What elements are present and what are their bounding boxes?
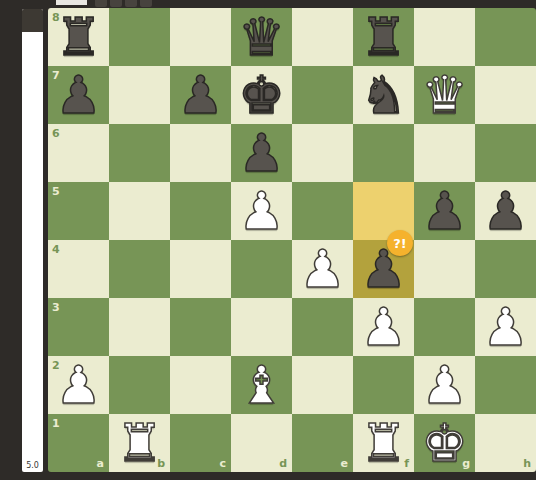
square-d6[interactable]: ♟	[231, 124, 292, 182]
piece-white-rook[interactable]: ♜	[353, 414, 414, 472]
square-d1[interactable]: d	[231, 414, 292, 472]
square-c5[interactable]	[170, 182, 231, 240]
square-h3[interactable]: ♟	[475, 298, 536, 356]
square-d5[interactable]: ♟	[231, 182, 292, 240]
evaluation-score: 5.0	[22, 461, 43, 470]
file-label-e: e	[341, 457, 348, 470]
piece-white-bishop[interactable]: ♝	[231, 356, 292, 414]
square-b3[interactable]	[109, 298, 170, 356]
square-f2[interactable]	[353, 356, 414, 414]
square-a4[interactable]: 4	[48, 240, 109, 298]
file-label-c: c	[219, 457, 226, 470]
square-b5[interactable]	[109, 182, 170, 240]
square-b1[interactable]: b♜	[109, 414, 170, 472]
square-c8[interactable]	[170, 8, 231, 66]
square-h8[interactable]	[475, 8, 536, 66]
inaccuracy-badge: ?!	[387, 230, 413, 256]
square-d4[interactable]	[231, 240, 292, 298]
square-a6[interactable]: 6	[48, 124, 109, 182]
square-g4[interactable]	[414, 240, 475, 298]
piece-black-rook[interactable]: ♜	[48, 8, 109, 66]
file-label-a: a	[97, 457, 104, 470]
rank-label-3: 3	[52, 301, 60, 314]
square-c3[interactable]	[170, 298, 231, 356]
piece-black-knight[interactable]: ♞	[353, 66, 414, 124]
piece-black-rook[interactable]: ♜	[353, 8, 414, 66]
square-f7[interactable]: ♞	[353, 66, 414, 124]
rank-label-4: 4	[52, 243, 60, 256]
square-b4[interactable]	[109, 240, 170, 298]
square-c1[interactable]: c	[170, 414, 231, 472]
square-a3[interactable]: 3	[48, 298, 109, 356]
square-g7[interactable]: ♛	[414, 66, 475, 124]
piece-white-pawn[interactable]: ♟	[231, 182, 292, 240]
piece-black-pawn[interactable]: ♟	[475, 182, 536, 240]
piece-white-rook[interactable]: ♜	[109, 414, 170, 472]
square-e1[interactable]: e	[292, 414, 353, 472]
square-b8[interactable]	[109, 8, 170, 66]
square-a5[interactable]: 5	[48, 182, 109, 240]
square-g8[interactable]	[414, 8, 475, 66]
captured-piece-icon	[95, 0, 107, 7]
square-h4[interactable]	[475, 240, 536, 298]
toolbar-stub	[56, 0, 87, 5]
piece-white-pawn[interactable]: ♟	[292, 240, 353, 298]
piece-black-pawn[interactable]: ♟	[231, 124, 292, 182]
square-e7[interactable]	[292, 66, 353, 124]
square-g5[interactable]: ♟	[414, 182, 475, 240]
rank-label-5: 5	[52, 185, 60, 198]
square-d2[interactable]: ♝	[231, 356, 292, 414]
square-h5[interactable]: ♟	[475, 182, 536, 240]
square-e5[interactable]	[292, 182, 353, 240]
piece-black-queen[interactable]: ♛	[231, 8, 292, 66]
captured-piece-tray	[95, 0, 152, 7]
square-g2[interactable]: ♟	[414, 356, 475, 414]
square-d3[interactable]	[231, 298, 292, 356]
square-c7[interactable]: ♟	[170, 66, 231, 124]
square-b2[interactable]	[109, 356, 170, 414]
square-e8[interactable]	[292, 8, 353, 66]
square-g1[interactable]: g♚	[414, 414, 475, 472]
file-label-h: h	[523, 457, 531, 470]
piece-black-pawn[interactable]: ♟	[170, 66, 231, 124]
square-e3[interactable]	[292, 298, 353, 356]
evaluation-bar-black-segment	[22, 9, 43, 32]
chess-board[interactable]: 8♜♛♜7♟♟♚♞♛6♟5♟♟♟4♟♟3♟♟2♟♝♟1ab♜cdef♜g♚h?!	[48, 8, 536, 472]
piece-white-pawn[interactable]: ♟	[48, 356, 109, 414]
square-e4[interactable]: ♟	[292, 240, 353, 298]
square-h1[interactable]: h	[475, 414, 536, 472]
piece-white-queen[interactable]: ♛	[414, 66, 475, 124]
square-h7[interactable]	[475, 66, 536, 124]
square-b6[interactable]	[109, 124, 170, 182]
square-c2[interactable]	[170, 356, 231, 414]
piece-white-pawn[interactable]: ♟	[353, 298, 414, 356]
square-d7[interactable]: ♚	[231, 66, 292, 124]
piece-white-king[interactable]: ♚	[414, 414, 475, 472]
file-label-d: d	[279, 457, 287, 470]
square-f1[interactable]: f♜	[353, 414, 414, 472]
square-a7[interactable]: 7♟	[48, 66, 109, 124]
square-f3[interactable]: ♟	[353, 298, 414, 356]
square-f6[interactable]	[353, 124, 414, 182]
square-a1[interactable]: 1a	[48, 414, 109, 472]
captured-piece-icon	[125, 0, 137, 7]
evaluation-bar: 5.0	[22, 9, 43, 472]
piece-black-king[interactable]: ♚	[231, 66, 292, 124]
square-b7[interactable]	[109, 66, 170, 124]
square-g3[interactable]	[414, 298, 475, 356]
piece-black-pawn[interactable]: ♟	[414, 182, 475, 240]
square-g6[interactable]	[414, 124, 475, 182]
square-c6[interactable]	[170, 124, 231, 182]
piece-white-pawn[interactable]: ♟	[414, 356, 475, 414]
square-c4[interactable]	[170, 240, 231, 298]
piece-black-pawn[interactable]: ♟	[48, 66, 109, 124]
square-h2[interactable]	[475, 356, 536, 414]
square-a8[interactable]: 8♜	[48, 8, 109, 66]
square-e6[interactable]	[292, 124, 353, 182]
piece-white-pawn[interactable]: ♟	[475, 298, 536, 356]
rank-label-1: 1	[52, 417, 60, 430]
square-h6[interactable]	[475, 124, 536, 182]
captured-piece-icon	[110, 0, 122, 7]
square-e2[interactable]	[292, 356, 353, 414]
square-d8[interactable]: ♛	[231, 8, 292, 66]
square-f8[interactable]: ♜	[353, 8, 414, 66]
rank-label-6: 6	[52, 127, 60, 140]
captured-piece-icon	[140, 0, 152, 7]
square-a2[interactable]: 2♟	[48, 356, 109, 414]
